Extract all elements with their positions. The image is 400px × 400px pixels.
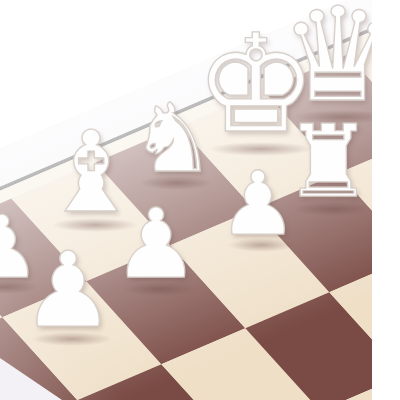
- pawn-glyph: ♟: [21, 238, 114, 342]
- knight-glyph: ♞: [130, 91, 215, 186]
- pawn-glyph: ♟: [219, 160, 298, 248]
- piece-pawn[interactable]: ♟: [219, 160, 298, 248]
- piece-pawn[interactable]: ♟: [21, 238, 114, 342]
- piece-knight[interactable]: ♞: [130, 91, 215, 186]
- photo-right-margin: [372, 0, 400, 400]
- pawn-glyph: ♟: [113, 196, 199, 292]
- product-photo: ♛♚♞♜♝♟♟♟♟: [0, 0, 400, 400]
- piece-pawn[interactable]: ♟: [113, 196, 199, 292]
